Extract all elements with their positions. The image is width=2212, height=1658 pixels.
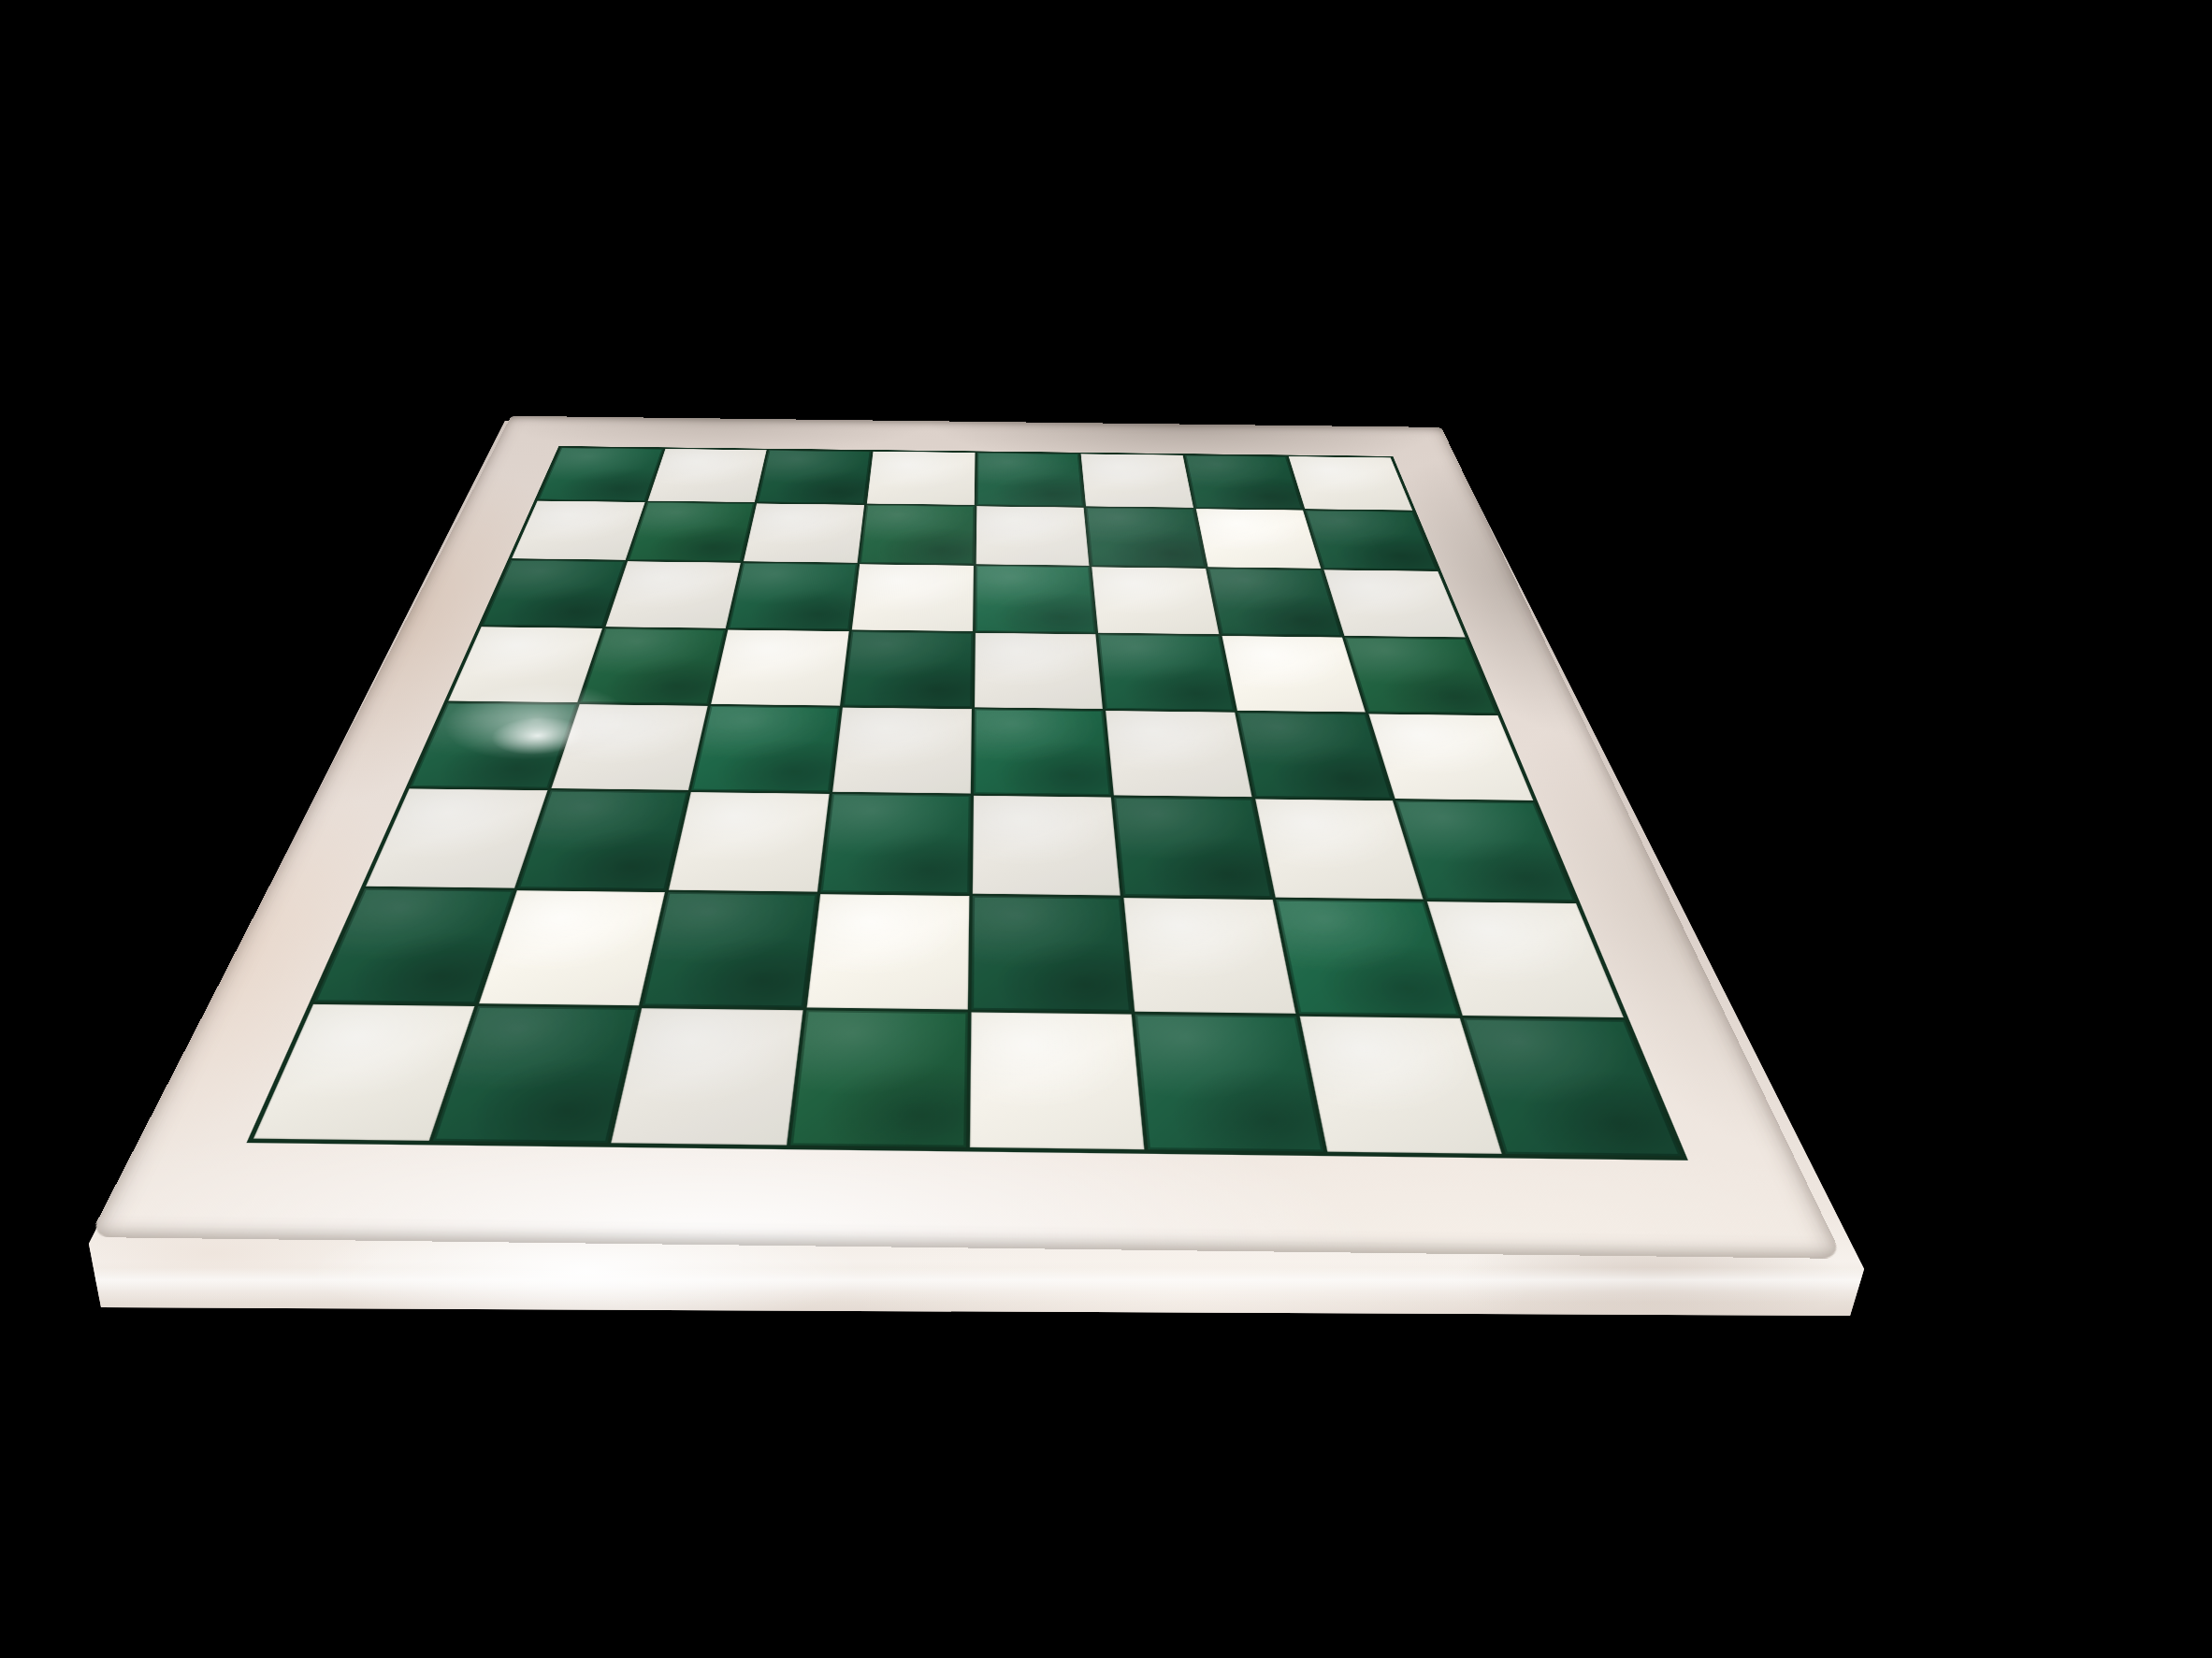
square-d7 [860,505,974,565]
square-e3 [972,796,1120,896]
square-d5 [843,631,973,707]
square-f4 [1106,711,1251,798]
photo-background [0,0,2212,1658]
square-c7 [744,503,864,563]
square-e2 [971,896,1132,1012]
square-e6 [975,566,1095,633]
square-d3 [820,794,970,893]
square-f3 [1114,798,1272,898]
square-c3 [669,792,829,891]
square-g6 [1208,569,1342,636]
square-e5 [975,633,1104,709]
square-a5 [448,627,601,702]
square-a8 [538,448,662,501]
chess-board [89,416,1843,1259]
square-g5 [1222,636,1366,712]
square-a7 [512,500,644,560]
square-e4 [973,709,1110,796]
square-c1 [612,1009,803,1146]
square-d1 [790,1011,967,1147]
square-h8 [1289,456,1412,510]
square-c2 [643,892,817,1008]
square-g8 [1185,455,1303,509]
square-a6 [482,560,625,627]
square-b3 [517,790,688,889]
square-e8 [976,453,1084,506]
square-g3 [1255,799,1424,899]
square-b4 [551,704,708,790]
square-f2 [1124,898,1296,1014]
square-c4 [691,706,839,792]
square-d2 [806,894,968,1010]
square-f1 [1135,1015,1323,1152]
square-d6 [852,564,974,631]
square-b6 [605,561,741,627]
square-g4 [1237,712,1393,799]
square-f5 [1098,634,1234,710]
square-e1 [969,1013,1144,1149]
square-f7 [1086,508,1205,568]
square-f8 [1081,454,1193,507]
square-f6 [1092,567,1219,634]
square-b5 [580,628,726,704]
square-h7 [1306,510,1438,569]
square-d4 [832,707,972,793]
square-b7 [628,502,755,562]
square-h6 [1324,569,1466,637]
square-c6 [729,563,857,630]
square-g7 [1196,509,1322,569]
square-e7 [976,506,1089,566]
square-c8 [758,450,871,503]
square-b8 [647,449,766,502]
square-d8 [867,452,975,505]
square-c5 [711,629,848,705]
